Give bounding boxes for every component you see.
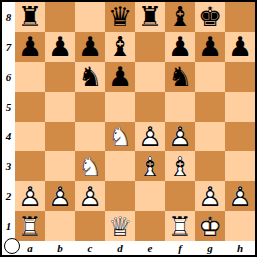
piece-white-pawn-fill: ♟ <box>165 122 195 152</box>
piece-white-pawn-fill: ♟ <box>45 181 75 211</box>
square-g6[interactable] <box>195 62 225 92</box>
piece-black-pawn: ♟ <box>45 32 75 62</box>
square-f2[interactable] <box>165 181 195 211</box>
square-a1[interactable]: ♜♖ <box>15 211 45 241</box>
white-to-move-indicator-icon <box>4 238 20 254</box>
square-d1[interactable]: ♛♕ <box>105 211 135 241</box>
piece-white-bishop: ♗ <box>165 151 195 181</box>
file-label-h: h <box>225 241 255 255</box>
square-d2[interactable] <box>105 181 135 211</box>
square-h4[interactable] <box>225 122 255 152</box>
square-d3[interactable] <box>105 151 135 181</box>
square-h6[interactable] <box>225 62 255 92</box>
piece-white-rook-fill: ♜ <box>165 211 195 241</box>
piece-black-queen: ♛ <box>105 2 135 32</box>
square-e8[interactable]: ♜ <box>135 2 165 32</box>
piece-white-pawn-fill: ♟ <box>75 181 105 211</box>
square-c4[interactable] <box>75 122 105 152</box>
piece-white-pawn: ♙ <box>195 181 225 211</box>
square-d8[interactable]: ♛ <box>105 2 135 32</box>
piece-white-bishop-fill: ♝ <box>135 151 165 181</box>
rank-label-8: 8 <box>2 2 15 32</box>
side-to-move-cell <box>2 241 15 255</box>
square-e6[interactable] <box>135 62 165 92</box>
square-g7[interactable]: ♟ <box>195 32 225 62</box>
piece-white-pawn: ♙ <box>15 181 45 211</box>
piece-white-rook: ♖ <box>15 211 45 241</box>
square-h3[interactable] <box>225 151 255 181</box>
square-g8[interactable]: ♚ <box>195 2 225 32</box>
piece-white-pawn: ♙ <box>135 122 165 152</box>
piece-white-knight-fill: ♞ <box>105 122 135 152</box>
square-b6[interactable] <box>45 62 75 92</box>
square-a2[interactable]: ♟♙ <box>15 181 45 211</box>
piece-white-queen: ♕ <box>105 211 135 241</box>
square-h2[interactable]: ♟♙ <box>225 181 255 211</box>
square-c1[interactable] <box>75 211 105 241</box>
piece-white-rook: ♖ <box>165 211 195 241</box>
square-e5[interactable] <box>135 92 165 122</box>
square-c6[interactable]: ♞ <box>75 62 105 92</box>
piece-black-rook: ♜ <box>135 2 165 32</box>
piece-white-knight: ♘ <box>75 151 105 181</box>
square-g4[interactable] <box>195 122 225 152</box>
square-d6[interactable]: ♟ <box>105 62 135 92</box>
square-d4[interactable]: ♞♘ <box>105 122 135 152</box>
square-g1[interactable]: ♚♔ <box>195 211 225 241</box>
square-c5[interactable] <box>75 92 105 122</box>
piece-white-rook-fill: ♜ <box>15 211 45 241</box>
square-e2[interactable] <box>135 181 165 211</box>
piece-black-bishop: ♝ <box>105 32 135 62</box>
square-e1[interactable] <box>135 211 165 241</box>
piece-black-rook: ♜ <box>15 2 45 32</box>
piece-white-knight-fill: ♞ <box>75 151 105 181</box>
rank-label-6: 6 <box>2 62 15 92</box>
piece-black-pawn: ♟ <box>75 32 105 62</box>
file-label-d: d <box>105 241 135 255</box>
piece-white-queen-fill: ♛ <box>105 211 135 241</box>
square-c7[interactable]: ♟ <box>75 32 105 62</box>
square-c2[interactable]: ♟♙ <box>75 181 105 211</box>
square-a8[interactable]: ♜ <box>15 2 45 32</box>
piece-white-pawn-fill: ♟ <box>135 122 165 152</box>
piece-white-pawn-fill: ♟ <box>15 181 45 211</box>
square-a5[interactable] <box>15 92 45 122</box>
square-f3[interactable]: ♝♗ <box>165 151 195 181</box>
piece-black-pawn: ♟ <box>195 32 225 62</box>
square-d5[interactable] <box>105 92 135 122</box>
piece-white-pawn-fill: ♟ <box>195 181 225 211</box>
piece-black-knight: ♞ <box>165 62 195 92</box>
square-f8[interactable]: ♝ <box>165 2 195 32</box>
piece-white-pawn: ♙ <box>45 181 75 211</box>
piece-black-knight: ♞ <box>75 62 105 92</box>
piece-black-bishop: ♝ <box>165 2 195 32</box>
square-h5[interactable] <box>225 92 255 122</box>
rank-label-5: 5 <box>2 92 15 122</box>
square-a4[interactable] <box>15 122 45 152</box>
piece-white-bishop: ♗ <box>135 151 165 181</box>
piece-white-pawn: ♙ <box>165 122 195 152</box>
square-b8[interactable] <box>45 2 75 32</box>
square-a6[interactable] <box>15 62 45 92</box>
file-label-f: f <box>165 241 195 255</box>
square-f7[interactable]: ♟ <box>165 32 195 62</box>
rank-label-7: 7 <box>2 32 15 62</box>
square-f4[interactable]: ♟♙ <box>165 122 195 152</box>
piece-white-knight: ♘ <box>105 122 135 152</box>
square-b5[interactable] <box>45 92 75 122</box>
square-a3[interactable] <box>15 151 45 181</box>
square-h7[interactable]: ♟ <box>225 32 255 62</box>
rank-label-3: 3 <box>2 151 15 181</box>
square-b4[interactable] <box>45 122 75 152</box>
chess-diagram: 8♜♛♜♝♚7♟♟♟♝♟♟♟6♞♟♞54♞♘♟♙♟♙3♞♘♝♗♝♗2♟♙♟♙♟♙… <box>0 0 257 257</box>
square-h8[interactable] <box>225 2 255 32</box>
piece-black-pawn: ♟ <box>15 32 45 62</box>
piece-white-king-fill: ♚ <box>195 211 225 241</box>
square-f5[interactable] <box>165 92 195 122</box>
square-b1[interactable] <box>45 211 75 241</box>
file-label-c: c <box>75 241 105 255</box>
piece-black-pawn: ♟ <box>105 62 135 92</box>
file-label-g: g <box>195 241 225 255</box>
square-b7[interactable]: ♟ <box>45 32 75 62</box>
square-g2[interactable]: ♟♙ <box>195 181 225 211</box>
square-b3[interactable] <box>45 151 75 181</box>
piece-black-pawn: ♟ <box>165 32 195 62</box>
square-g5[interactable] <box>195 92 225 122</box>
square-b2[interactable]: ♟♙ <box>45 181 75 211</box>
piece-black-pawn: ♟ <box>225 32 255 62</box>
rank-label-4: 4 <box>2 122 15 152</box>
piece-white-pawn: ♙ <box>75 181 105 211</box>
rank-label-1: 1 <box>2 211 15 241</box>
square-a7[interactable]: ♟ <box>15 32 45 62</box>
square-c8[interactable] <box>75 2 105 32</box>
piece-white-king: ♔ <box>195 211 225 241</box>
piece-black-king: ♚ <box>195 2 225 32</box>
piece-white-pawn: ♙ <box>225 181 255 211</box>
file-label-b: b <box>45 241 75 255</box>
piece-white-pawn-fill: ♟ <box>225 181 255 211</box>
square-c3[interactable]: ♞♘ <box>75 151 105 181</box>
square-d7[interactable]: ♝ <box>105 32 135 62</box>
square-g3[interactable] <box>195 151 225 181</box>
square-e7[interactable] <box>135 32 165 62</box>
file-label-e: e <box>135 241 165 255</box>
square-e3[interactable]: ♝♗ <box>135 151 165 181</box>
piece-white-bishop-fill: ♝ <box>165 151 195 181</box>
rank-label-2: 2 <box>2 181 15 211</box>
square-e4[interactable]: ♟♙ <box>135 122 165 152</box>
square-f6[interactable]: ♞ <box>165 62 195 92</box>
square-h1[interactable] <box>225 211 255 241</box>
square-f1[interactable]: ♜♖ <box>165 211 195 241</box>
